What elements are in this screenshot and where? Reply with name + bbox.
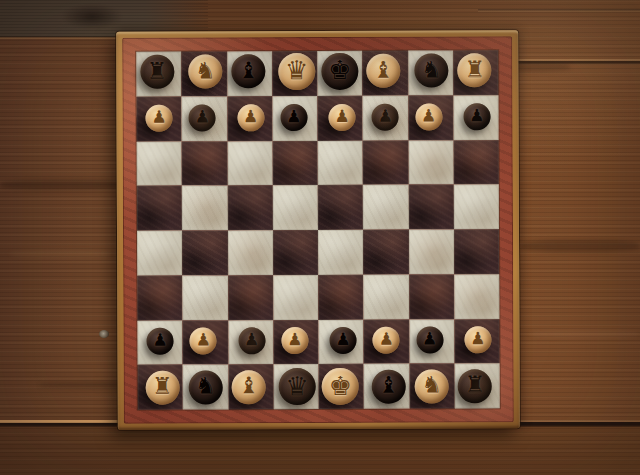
square-d3[interactable] <box>273 275 318 320</box>
piece-light-rook-h8[interactable]: ♜ <box>458 54 492 88</box>
wood-grain-streak <box>530 330 640 338</box>
table-plank-seam <box>514 59 640 64</box>
square-c5[interactable] <box>227 185 272 230</box>
square-f5[interactable] <box>363 185 408 230</box>
square-h3[interactable] <box>454 274 499 319</box>
square-e3[interactable] <box>318 275 363 320</box>
piece-light-rook-a1[interactable]: ♜ <box>145 370 179 404</box>
square-c8[interactable]: ♝ <box>227 51 272 96</box>
piece-dark-pawn-a2[interactable]: ♟ <box>147 328 174 355</box>
square-e4[interactable] <box>318 230 363 275</box>
piece-dark-bishop-f1[interactable]: ♝ <box>371 369 405 403</box>
piece-light-knight-b8[interactable]: ♞ <box>188 55 222 89</box>
chess-board[interactable]: ♜♞♝♛♚♝♞♜♟♟♟♟♟♟♟♟♟♟♟♟♟♟♟♟♜♞♝♛♚♝♞♜ <box>116 30 520 430</box>
piece-dark-pawn-d7[interactable]: ♟ <box>280 104 307 131</box>
square-g2[interactable]: ♟ <box>409 319 454 364</box>
square-a3[interactable] <box>137 275 182 320</box>
pawn-glyph: ♟ <box>335 331 350 348</box>
pawn-glyph: ♟ <box>195 108 210 125</box>
table-plank-bottom <box>0 427 640 475</box>
pawn-glyph: ♟ <box>151 108 166 125</box>
wood-grain-streak <box>520 240 640 252</box>
piece-dark-king-e8[interactable]: ♚ <box>321 53 358 90</box>
table-plank-groove-highlight <box>0 420 135 423</box>
square-c6[interactable] <box>227 141 272 186</box>
square-a1[interactable]: ♜ <box>138 365 183 410</box>
square-g6[interactable] <box>408 140 453 185</box>
square-b2[interactable]: ♟ <box>183 320 228 365</box>
square-a8[interactable]: ♜ <box>136 52 181 97</box>
square-d4[interactable] <box>273 230 318 275</box>
pawn-glyph: ♟ <box>243 108 258 125</box>
square-d7[interactable]: ♟ <box>272 96 317 141</box>
board-squares-grid: ♜♞♝♛♚♝♞♜♟♟♟♟♟♟♟♟♟♟♟♟♟♟♟♟♜♞♝♛♚♝♞♜ <box>136 50 500 410</box>
piece-light-pawn-a7[interactable]: ♟ <box>146 104 173 131</box>
square-h1[interactable]: ♜ <box>454 363 499 408</box>
piece-light-pawn-d2[interactable]: ♟ <box>281 327 308 354</box>
piece-light-queen-d8[interactable]: ♛ <box>278 53 315 90</box>
piece-dark-pawn-h7[interactable]: ♟ <box>463 103 490 130</box>
square-g7[interactable]: ♟ <box>408 95 453 140</box>
piece-dark-knight-b1[interactable]: ♞ <box>188 370 222 404</box>
queen-glyph: ♛ <box>285 57 308 83</box>
square-b3[interactable] <box>182 275 227 320</box>
pawn-glyph: ♟ <box>152 332 167 349</box>
piece-dark-pawn-e2[interactable]: ♟ <box>330 327 357 354</box>
pawn-glyph: ♟ <box>287 331 302 348</box>
square-b5[interactable] <box>182 186 227 231</box>
square-f4[interactable] <box>363 230 408 275</box>
square-d8[interactable]: ♛ <box>272 51 317 96</box>
square-g4[interactable] <box>408 229 453 274</box>
bishop-glyph: ♝ <box>238 374 259 397</box>
pawn-glyph: ♟ <box>196 332 211 349</box>
square-b8[interactable]: ♞ <box>181 51 226 96</box>
pawn-glyph: ♟ <box>286 108 301 125</box>
square-d2[interactable]: ♟ <box>273 319 318 364</box>
square-a4[interactable] <box>137 231 182 276</box>
pawn-glyph: ♟ <box>334 107 349 124</box>
square-h8[interactable]: ♜ <box>453 50 498 95</box>
piece-light-knight-g1[interactable]: ♞ <box>415 369 449 403</box>
piece-dark-bishop-c8[interactable]: ♝ <box>231 55 265 89</box>
piece-light-pawn-f2[interactable]: ♟ <box>373 327 400 354</box>
square-a7[interactable]: ♟ <box>136 96 181 141</box>
pawn-glyph: ♟ <box>378 107 393 124</box>
piece-light-bishop-c1[interactable]: ♝ <box>232 370 266 404</box>
piece-light-pawn-h2[interactable]: ♟ <box>464 327 491 354</box>
pawn-glyph: ♟ <box>469 107 484 124</box>
rook-glyph: ♜ <box>152 375 173 398</box>
square-e2[interactable]: ♟ <box>318 319 363 364</box>
wood-grain-streak <box>10 250 110 258</box>
pawn-glyph: ♟ <box>421 107 436 124</box>
square-c7[interactable]: ♟ <box>227 96 272 141</box>
piece-dark-queen-d1[interactable]: ♛ <box>278 368 315 405</box>
square-g8[interactable]: ♞ <box>408 50 453 95</box>
piece-light-pawn-g7[interactable]: ♟ <box>415 103 442 130</box>
piece-dark-knight-g8[interactable]: ♞ <box>414 54 448 88</box>
square-c1[interactable]: ♝ <box>228 364 273 409</box>
pawn-glyph: ♟ <box>379 331 394 348</box>
wood-knot <box>99 330 109 338</box>
queen-glyph: ♛ <box>285 373 308 399</box>
knight-glyph: ♞ <box>421 374 442 397</box>
table-plank-seam <box>478 9 640 12</box>
square-a2[interactable]: ♟ <box>137 320 182 365</box>
square-h7[interactable]: ♟ <box>453 95 498 140</box>
piece-light-pawn-e7[interactable]: ♟ <box>329 103 356 130</box>
square-f3[interactable] <box>363 274 408 319</box>
square-c2[interactable]: ♟ <box>228 320 273 365</box>
king-glyph: ♚ <box>329 372 352 398</box>
square-e8[interactable]: ♚ <box>317 51 362 96</box>
square-a6[interactable] <box>137 141 182 186</box>
square-h2[interactable]: ♟ <box>454 319 499 364</box>
photo-scene: ♜♞♝♛♚♝♞♜♟♟♟♟♟♟♟♟♟♟♟♟♟♟♟♟♜♞♝♛♚♝♞♜ <box>0 0 640 475</box>
square-b4[interactable] <box>182 230 227 275</box>
square-f1[interactable]: ♝ <box>364 364 409 409</box>
piece-light-pawn-b2[interactable]: ♟ <box>190 328 217 355</box>
bishop-glyph: ♝ <box>378 374 399 397</box>
pawn-glyph: ♟ <box>422 331 437 348</box>
pawn-glyph: ♟ <box>244 332 259 349</box>
king-glyph: ♚ <box>328 57 351 83</box>
square-e7[interactable]: ♟ <box>317 96 362 141</box>
square-b7[interactable]: ♟ <box>182 96 227 141</box>
pawn-glyph: ♟ <box>470 331 485 348</box>
square-f2[interactable]: ♟ <box>364 319 409 364</box>
bishop-glyph: ♝ <box>373 59 394 82</box>
wood-stain <box>52 3 132 30</box>
square-f7[interactable]: ♟ <box>363 95 408 140</box>
piece-dark-rook-h1[interactable]: ♜ <box>458 369 492 403</box>
square-c4[interactable] <box>228 230 273 275</box>
square-a5[interactable] <box>137 186 182 231</box>
wood-grain-streak <box>0 180 130 190</box>
square-b6[interactable] <box>182 141 227 186</box>
rook-glyph: ♜ <box>465 373 486 396</box>
rook-glyph: ♜ <box>464 58 485 81</box>
bishop-glyph: ♝ <box>238 59 259 82</box>
knight-glyph: ♞ <box>195 375 216 398</box>
square-d5[interactable] <box>273 185 318 230</box>
square-g5[interactable] <box>408 185 453 230</box>
knight-glyph: ♞ <box>195 59 216 82</box>
rook-glyph: ♜ <box>147 60 168 83</box>
square-h4[interactable] <box>454 229 499 274</box>
square-d1[interactable]: ♛ <box>273 364 318 409</box>
piece-dark-pawn-c2[interactable]: ♟ <box>238 328 265 355</box>
square-g1[interactable]: ♞ <box>409 364 454 409</box>
piece-light-king-e1[interactable]: ♚ <box>322 368 359 405</box>
square-f6[interactable] <box>363 140 408 185</box>
piece-dark-rook-a8[interactable]: ♜ <box>140 55 174 89</box>
square-e6[interactable] <box>318 140 363 185</box>
square-b1[interactable]: ♞ <box>183 365 228 410</box>
knight-glyph: ♞ <box>421 58 442 81</box>
piece-light-pawn-c7[interactable]: ♟ <box>237 104 264 131</box>
piece-light-bishop-f8[interactable]: ♝ <box>366 54 400 88</box>
piece-dark-pawn-g2[interactable]: ♟ <box>416 327 443 354</box>
square-f8[interactable]: ♝ <box>362 51 407 96</box>
square-d6[interactable] <box>272 141 317 186</box>
square-g3[interactable] <box>409 274 454 319</box>
square-e1[interactable]: ♚ <box>319 364 364 409</box>
square-e5[interactable] <box>318 185 363 230</box>
piece-dark-pawn-b7[interactable]: ♟ <box>189 104 216 131</box>
square-h6[interactable] <box>453 140 498 185</box>
piece-dark-pawn-f7[interactable]: ♟ <box>372 103 399 130</box>
square-h5[interactable] <box>454 184 499 229</box>
square-c3[interactable] <box>228 275 273 320</box>
